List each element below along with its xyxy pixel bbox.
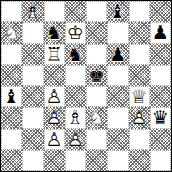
square-e7[interactable] [86,22,107,43]
square-d4[interactable] [65,86,86,107]
piece-outline: ♘ [86,107,107,128]
piece-outline: ♙ [44,129,65,150]
square-c3[interactable]: ♟♙ [44,107,65,128]
square-b2[interactable] [22,129,43,150]
black-bishop[interactable]: ♝ [1,86,22,107]
square-c2[interactable]: ♟♙ [44,129,65,150]
square-g6[interactable] [129,44,150,65]
square-h1[interactable] [150,150,171,171]
white-king[interactable]: ♚♔ [65,22,86,43]
square-a7[interactable]: ♞♘ [1,22,22,43]
square-b7[interactable] [22,22,43,43]
square-f6[interactable]: ♟ [107,44,128,65]
square-g4[interactable]: ♛♕ [129,86,150,107]
piece-outline: ♗ [65,107,86,128]
square-d5[interactable] [65,65,86,86]
white-pawn[interactable]: ♟♙ [129,107,150,128]
square-e3[interactable]: ♞♘ [86,107,107,128]
square-g2[interactable] [129,129,150,150]
white-knight[interactable]: ♞♘ [1,22,22,43]
black-pawn[interactable]: ♟ [107,44,128,65]
piece-outline: ♗ [22,1,43,22]
square-a2[interactable] [1,129,22,150]
square-e6[interactable] [86,44,107,65]
piece-outline: ♙ [129,107,150,128]
black-knight[interactable]: ♞ [44,22,65,43]
piece-outline: ♖ [44,44,65,65]
black-knight[interactable]: ♞ [65,44,86,65]
square-b4[interactable] [22,86,43,107]
black-pawn[interactable]: ♟ [150,22,171,43]
square-f1[interactable] [107,150,128,171]
chess-board: ♝♗♝♞♘♞♚♔♟♜♖♞♟♚♝♟♙♛♕♟♙♝♗♞♘♟♙♛♟♙♟♙ [0,0,172,172]
square-c7[interactable]: ♞ [44,22,65,43]
square-d6[interactable]: ♞ [65,44,86,65]
square-c4[interactable]: ♟♙ [44,86,65,107]
square-f7[interactable] [107,22,128,43]
piece-outline: ♙ [65,129,86,150]
square-h5[interactable] [150,65,171,86]
square-a4[interactable]: ♝ [1,86,22,107]
square-h7[interactable]: ♟ [150,22,171,43]
square-a8[interactable] [1,1,22,22]
square-h3[interactable]: ♛ [150,107,171,128]
square-g7[interactable] [129,22,150,43]
square-f2[interactable] [107,129,128,150]
square-c6[interactable]: ♜♖ [44,44,65,65]
square-e4[interactable] [86,86,107,107]
piece-outline: ♘ [1,22,22,43]
piece-outline: ♙ [44,86,65,107]
square-h2[interactable] [150,129,171,150]
black-queen[interactable]: ♛ [150,107,171,128]
square-a1[interactable] [1,150,22,171]
square-b6[interactable] [22,44,43,65]
square-b8[interactable]: ♝♗ [22,1,43,22]
square-d7[interactable]: ♚♔ [65,22,86,43]
square-e5[interactable]: ♚ [86,65,107,86]
piece-outline: ♕ [129,86,150,107]
square-g1[interactable] [129,150,150,171]
white-pawn[interactable]: ♟♙ [65,129,86,150]
square-a3[interactable] [1,107,22,128]
square-h4[interactable] [150,86,171,107]
white-rook[interactable]: ♜♖ [44,44,65,65]
white-bishop[interactable]: ♝♗ [65,107,86,128]
square-e2[interactable] [86,129,107,150]
square-d3[interactable]: ♝♗ [65,107,86,128]
piece-outline: ♔ [65,22,86,43]
square-f3[interactable] [107,107,128,128]
square-f8[interactable]: ♝ [107,1,128,22]
square-g3[interactable]: ♟♙ [129,107,150,128]
white-knight[interactable]: ♞♘ [86,107,107,128]
square-f5[interactable] [107,65,128,86]
white-queen[interactable]: ♛♕ [129,86,150,107]
square-g5[interactable] [129,65,150,86]
square-c8[interactable] [44,1,65,22]
black-bishop[interactable]: ♝ [107,1,128,22]
square-e8[interactable] [86,1,107,22]
square-h8[interactable] [150,1,171,22]
square-g8[interactable] [129,1,150,22]
square-b1[interactable] [22,150,43,171]
square-c5[interactable] [44,65,65,86]
square-f4[interactable] [107,86,128,107]
white-pawn[interactable]: ♟♙ [44,86,65,107]
square-e1[interactable] [86,150,107,171]
square-b5[interactable] [22,65,43,86]
square-a5[interactable] [1,65,22,86]
square-d2[interactable]: ♟♙ [65,129,86,150]
square-a6[interactable] [1,44,22,65]
black-king[interactable]: ♚ [86,65,107,86]
square-h6[interactable] [150,44,171,65]
square-d8[interactable] [65,1,86,22]
white-pawn[interactable]: ♟♙ [44,129,65,150]
piece-outline: ♙ [44,107,65,128]
square-b3[interactable] [22,107,43,128]
white-pawn[interactable]: ♟♙ [44,107,65,128]
square-d1[interactable] [65,150,86,171]
white-bishop[interactable]: ♝♗ [22,1,43,22]
square-c1[interactable] [44,150,65,171]
